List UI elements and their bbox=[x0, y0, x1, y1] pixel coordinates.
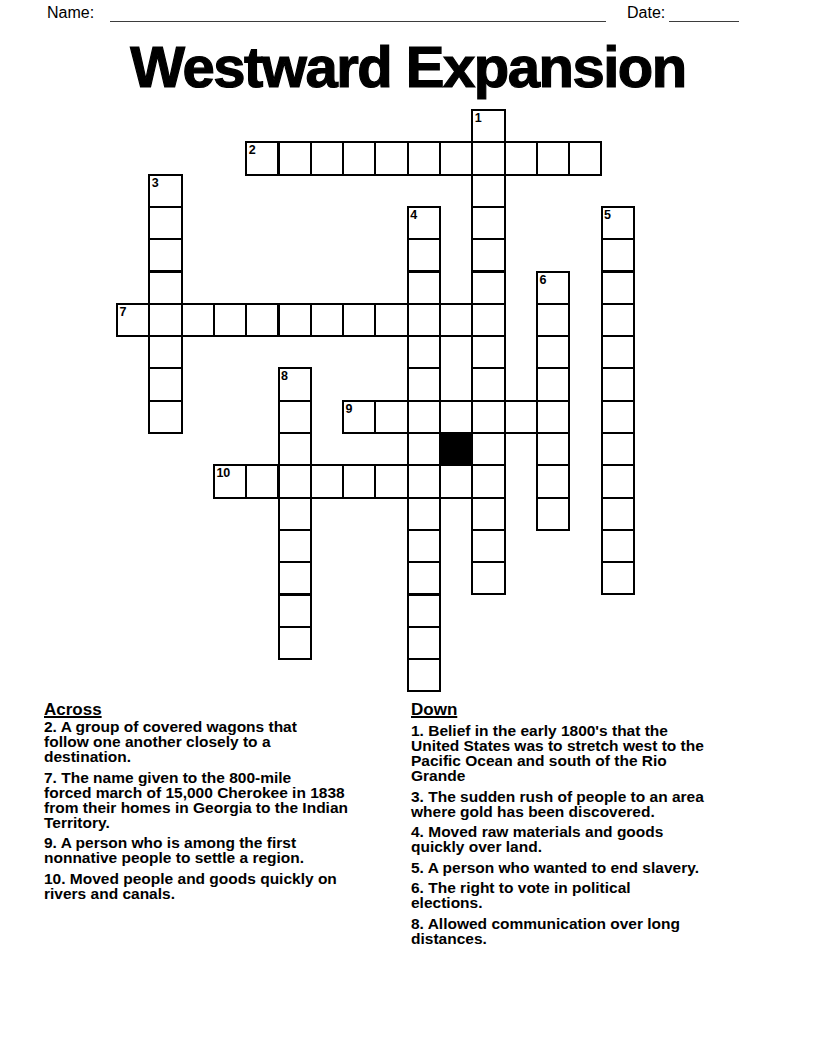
grid-cell[interactable] bbox=[407, 658, 441, 692]
grid-cell[interactable] bbox=[148, 303, 182, 337]
cell-number-2: 2 bbox=[249, 144, 256, 156]
grid-cell[interactable] bbox=[407, 497, 441, 531]
cell-number-4: 4 bbox=[410, 209, 417, 221]
cell-number-8: 8 bbox=[281, 370, 288, 382]
grid-cell[interactable] bbox=[374, 141, 408, 175]
grid-cell[interactable] bbox=[471, 464, 505, 498]
grid-cell[interactable] bbox=[536, 497, 570, 531]
grid-cell[interactable] bbox=[148, 271, 182, 305]
cell-number-9: 9 bbox=[346, 403, 353, 415]
across-clues-section: Across 2. A group of covered wagons that… bbox=[44, 701, 409, 906]
grid-cell[interactable] bbox=[407, 529, 441, 563]
grid-cell[interactable] bbox=[439, 400, 473, 434]
clue-across-9: 9. A person who is among the first nonna… bbox=[44, 835, 409, 865]
cell-number-10: 10 bbox=[216, 467, 230, 479]
cell-number-3: 3 bbox=[152, 177, 159, 189]
grid-cell[interactable] bbox=[536, 141, 570, 175]
grid-cell[interactable] bbox=[148, 206, 182, 240]
grid-cell[interactable] bbox=[601, 400, 635, 434]
cell-number-5: 5 bbox=[604, 209, 611, 221]
grid-cell[interactable] bbox=[601, 271, 635, 305]
grid-cell[interactable] bbox=[278, 594, 312, 628]
grid-cell[interactable] bbox=[471, 335, 505, 369]
grid-cell[interactable] bbox=[407, 464, 441, 498]
clue-down-8: 8. Allowed communication over long dista… bbox=[411, 916, 771, 946]
grid-cell[interactable] bbox=[471, 238, 505, 272]
grid-cell[interactable] bbox=[148, 238, 182, 272]
down-header: Down bbox=[411, 701, 771, 718]
grid-cell[interactable] bbox=[407, 626, 441, 660]
grid-cell[interactable] bbox=[536, 432, 570, 466]
grid-cell[interactable] bbox=[471, 174, 505, 208]
grid-cell[interactable] bbox=[407, 141, 441, 175]
grid-cell[interactable] bbox=[439, 141, 473, 175]
grid-cell[interactable] bbox=[504, 400, 538, 434]
grid-cell[interactable] bbox=[407, 335, 441, 369]
grid-cell[interactable] bbox=[439, 303, 473, 337]
grid-cell[interactable] bbox=[148, 400, 182, 434]
grid-cell[interactable] bbox=[407, 400, 441, 434]
grid-cell[interactable] bbox=[278, 141, 312, 175]
grid-cell[interactable] bbox=[601, 432, 635, 466]
grid-cell[interactable] bbox=[536, 464, 570, 498]
grid-cell[interactable] bbox=[310, 464, 344, 498]
grid-cell[interactable] bbox=[374, 303, 408, 337]
grid-cell[interactable] bbox=[471, 561, 505, 595]
grid-cell[interactable] bbox=[471, 303, 505, 337]
grid-cell[interactable] bbox=[278, 626, 312, 660]
black-cell bbox=[439, 432, 473, 466]
grid-cell[interactable] bbox=[504, 141, 538, 175]
cell-number-6: 6 bbox=[539, 274, 546, 286]
grid-cell[interactable] bbox=[278, 497, 312, 531]
grid-cell[interactable] bbox=[601, 497, 635, 531]
grid-cell[interactable] bbox=[245, 464, 279, 498]
clue-across-10: 10. Moved people and goods quickly on ri… bbox=[44, 871, 409, 901]
grid-cell[interactable] bbox=[536, 303, 570, 337]
grid-cell[interactable] bbox=[471, 271, 505, 305]
grid-cell[interactable] bbox=[601, 238, 635, 272]
clue-down-3: 3. The sudden rush of people to an area … bbox=[411, 789, 771, 819]
grid-cell[interactable] bbox=[568, 141, 602, 175]
grid-cell[interactable] bbox=[601, 367, 635, 401]
grid-cell[interactable] bbox=[181, 303, 215, 337]
clue-down-1: 1. Belief in the early 1800's that the U… bbox=[411, 723, 771, 783]
grid-cell[interactable] bbox=[407, 238, 441, 272]
grid-cell[interactable] bbox=[471, 141, 505, 175]
grid-cell[interactable] bbox=[471, 497, 505, 531]
grid-cell[interactable] bbox=[278, 432, 312, 466]
grid-cell[interactable] bbox=[407, 594, 441, 628]
crossword-grid: 12345678910 bbox=[0, 0, 816, 700]
grid-cell[interactable] bbox=[471, 206, 505, 240]
grid-cell[interactable] bbox=[536, 400, 570, 434]
grid-cell[interactable] bbox=[278, 529, 312, 563]
grid-cell[interactable] bbox=[374, 464, 408, 498]
grid-cell[interactable] bbox=[471, 367, 505, 401]
clue-across-7: 7. The name given to the 800-mile forced… bbox=[44, 770, 409, 830]
grid-cell[interactable] bbox=[310, 141, 344, 175]
grid-cell[interactable] bbox=[601, 464, 635, 498]
clue-down-4: 4. Moved raw materials and goods quickly… bbox=[411, 824, 771, 854]
grid-cell[interactable] bbox=[342, 303, 376, 337]
grid-cell[interactable] bbox=[342, 464, 376, 498]
grid-cell[interactable] bbox=[278, 464, 312, 498]
grid-cell[interactable] bbox=[407, 303, 441, 337]
grid-cell[interactable] bbox=[601, 529, 635, 563]
grid-cell[interactable] bbox=[471, 432, 505, 466]
grid-cell[interactable] bbox=[407, 271, 441, 305]
clue-across-2: 2. A group of covered wagons that follow… bbox=[44, 719, 409, 764]
grid-cell[interactable] bbox=[148, 335, 182, 369]
grid-cell[interactable] bbox=[601, 303, 635, 337]
across-header: Across bbox=[44, 701, 409, 718]
clue-down-5: 5. A person who wanted to end slavery. bbox=[411, 860, 771, 875]
clue-down-6: 6. The right to vote in political electi… bbox=[411, 880, 771, 910]
grid-cell[interactable] bbox=[342, 141, 376, 175]
grid-cell[interactable] bbox=[407, 367, 441, 401]
cell-number-1: 1 bbox=[475, 112, 482, 124]
grid-cell[interactable] bbox=[471, 400, 505, 434]
down-clues-section: Down 1. Belief in the early 1800's that … bbox=[411, 701, 771, 951]
grid-cell[interactable] bbox=[278, 400, 312, 434]
grid-cell[interactable] bbox=[407, 432, 441, 466]
grid-cell[interactable] bbox=[536, 335, 570, 369]
grid-cell[interactable] bbox=[278, 561, 312, 595]
grid-cell[interactable] bbox=[407, 561, 441, 595]
grid-cell[interactable] bbox=[278, 303, 312, 337]
grid-cell[interactable] bbox=[601, 335, 635, 369]
grid-cell[interactable] bbox=[310, 303, 344, 337]
cell-number-7: 7 bbox=[120, 306, 127, 318]
grid-cell[interactable] bbox=[374, 400, 408, 434]
grid-cell[interactable] bbox=[439, 464, 473, 498]
grid-cell[interactable] bbox=[245, 303, 279, 337]
grid-cell[interactable] bbox=[148, 367, 182, 401]
grid-cell[interactable] bbox=[601, 561, 635, 595]
grid-cell[interactable] bbox=[536, 367, 570, 401]
grid-cell[interactable] bbox=[471, 529, 505, 563]
grid-cell[interactable] bbox=[213, 303, 247, 337]
